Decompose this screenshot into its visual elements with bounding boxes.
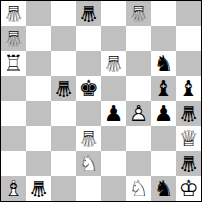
square-f5[interactable] [126, 76, 151, 101]
square-d6[interactable] [76, 51, 101, 76]
piece-black-grasshopper-h4: ♛ [176, 101, 201, 126]
piece-black-bishop-h5: ♝ [176, 76, 201, 101]
piece-white-knight-f1: ♞♘ [126, 176, 151, 201]
square-h7[interactable] [176, 26, 201, 51]
square-g3[interactable] [151, 126, 176, 151]
square-e7[interactable] [101, 26, 126, 51]
square-a4[interactable] [1, 101, 26, 126]
square-a1[interactable]: ♝♗ [1, 176, 26, 201]
square-e8[interactable] [101, 1, 126, 26]
piece-black-grasshopper-b1: ♛ [26, 176, 51, 201]
piece-white-rook-a6: ♜♖ [1, 51, 26, 76]
square-g5[interactable]: ♝ [151, 76, 176, 101]
square-f3[interactable] [126, 126, 151, 151]
square-c8[interactable] [51, 1, 76, 26]
square-b2[interactable] [26, 151, 51, 176]
square-h3[interactable]: ♛♕ [176, 126, 201, 151]
square-f8[interactable]: ♛♕ [126, 1, 151, 26]
piece-black-king-d5: ♚ [76, 76, 101, 101]
piece-black-grasshopper-d8: ♛ [76, 1, 101, 26]
piece-black-knight-g6: ♞ [151, 51, 176, 76]
square-b7[interactable] [26, 26, 51, 51]
square-b8[interactable] [26, 1, 51, 26]
square-a6[interactable]: ♜♖ [1, 51, 26, 76]
square-g7[interactable] [151, 26, 176, 51]
square-g2[interactable] [151, 151, 176, 176]
square-c6[interactable] [51, 51, 76, 76]
square-a3[interactable] [1, 126, 26, 151]
square-d7[interactable] [76, 26, 101, 51]
piece-black-pawn-g4: ♟ [151, 101, 176, 126]
piece-black-pawn-e4: ♟ [101, 101, 126, 126]
piece-white-grasshopper-f8: ♛♕ [126, 1, 151, 26]
square-d2[interactable]: ♞♘ [76, 151, 101, 176]
square-d8[interactable]: ♛ [76, 1, 101, 26]
square-f4[interactable]: ♟♙ [126, 101, 151, 126]
square-f7[interactable] [126, 26, 151, 51]
piece-white-grasshopper-e6: ♛♕ [101, 51, 126, 76]
square-c3[interactable] [51, 126, 76, 151]
piece-black-grasshopper-h2: ♛ [176, 151, 201, 176]
square-h2[interactable]: ♛ [176, 151, 201, 176]
square-g6[interactable]: ♞ [151, 51, 176, 76]
square-e6[interactable]: ♛♕ [101, 51, 126, 76]
square-g8[interactable] [151, 1, 176, 26]
chess-board: ♛♕♛♛♕♛♕♜♖♛♕♞♛♚♝♝♟♟♙♟♛♛♕♛♕♞♘♛♝♗♛♞♘♞♚♔ [1, 1, 201, 201]
square-a2[interactable] [1, 151, 26, 176]
square-c7[interactable] [51, 26, 76, 51]
square-a5[interactable] [1, 76, 26, 101]
square-c4[interactable] [51, 101, 76, 126]
piece-white-king-h1: ♚♔ [176, 176, 201, 201]
square-b5[interactable] [26, 76, 51, 101]
piece-white-grasshopper-a7: ♛♕ [1, 26, 26, 51]
piece-white-pawn-f4: ♟♙ [126, 101, 151, 126]
square-b3[interactable] [26, 126, 51, 151]
square-h5[interactable]: ♝ [176, 76, 201, 101]
square-b6[interactable] [26, 51, 51, 76]
piece-black-knight-g1: ♞ [151, 176, 176, 201]
square-e2[interactable] [101, 151, 126, 176]
square-d3[interactable]: ♛♕ [76, 126, 101, 151]
square-e1[interactable] [101, 176, 126, 201]
square-d1[interactable] [76, 176, 101, 201]
square-h4[interactable]: ♛ [176, 101, 201, 126]
square-h8[interactable] [176, 1, 201, 26]
square-h6[interactable] [176, 51, 201, 76]
piece-black-grasshopper-c5: ♛ [51, 76, 76, 101]
square-c2[interactable] [51, 151, 76, 176]
square-f6[interactable] [126, 51, 151, 76]
square-f1[interactable]: ♞♘ [126, 176, 151, 201]
square-c5[interactable]: ♛ [51, 76, 76, 101]
square-e4[interactable]: ♟ [101, 101, 126, 126]
square-d4[interactable] [76, 101, 101, 126]
piece-white-grasshopper-a8: ♛♕ [1, 1, 26, 26]
piece-white-queen-h3: ♛♕ [176, 126, 201, 151]
piece-white-knight-d2: ♞♘ [76, 151, 101, 176]
square-e5[interactable] [101, 76, 126, 101]
board-frame: ♛♕♛♛♕♛♕♜♖♛♕♞♛♚♝♝♟♟♙♟♛♛♕♛♕♞♘♛♝♗♛♞♘♞♚♔ [0, 0, 202, 202]
square-e3[interactable] [101, 126, 126, 151]
piece-white-grasshopper-d3: ♛♕ [76, 126, 101, 151]
square-f2[interactable] [126, 151, 151, 176]
square-b4[interactable] [26, 101, 51, 126]
square-g4[interactable]: ♟ [151, 101, 176, 126]
square-a8[interactable]: ♛♕ [1, 1, 26, 26]
square-d5[interactable]: ♚ [76, 76, 101, 101]
square-h1[interactable]: ♚♔ [176, 176, 201, 201]
piece-black-bishop-g5: ♝ [151, 76, 176, 101]
square-a7[interactable]: ♛♕ [1, 26, 26, 51]
square-c1[interactable] [51, 176, 76, 201]
square-g1[interactable]: ♞ [151, 176, 176, 201]
square-b1[interactable]: ♛ [26, 176, 51, 201]
piece-white-bishop-a1: ♝♗ [1, 176, 26, 201]
